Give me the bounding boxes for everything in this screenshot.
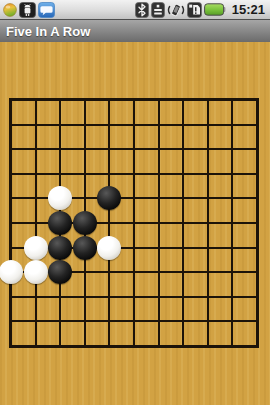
signal-icon — [151, 2, 165, 18]
battery-icon — [204, 3, 226, 16]
black-stone: ● — [48, 236, 72, 260]
talk-orb-icon — [3, 3, 17, 17]
black-stone: ● — [73, 211, 97, 235]
status-time: 15:21 — [232, 2, 265, 17]
white-stone: ○ — [24, 236, 48, 260]
sms-icon — [38, 2, 55, 18]
stone-grid[interactable]: ○●●●○●●○○○● — [0, 88, 269, 359]
status-bar: 15:21 — [0, 0, 270, 19]
android-debug-icon — [19, 2, 36, 18]
black-stone: ● — [97, 186, 121, 210]
white-stone: ○ — [0, 260, 23, 284]
sim-warning-icon — [187, 2, 202, 18]
phone-screen: 15:21 Five In A Row ○●●●○●●○○○● — [0, 0, 270, 405]
game-area: ○●●●○●●○○○● — [0, 42, 270, 405]
white-stone: ○ — [97, 236, 121, 260]
bluetooth-icon — [135, 2, 149, 18]
title-bar: Five In A Row — [0, 19, 270, 42]
white-stone: ○ — [48, 186, 72, 210]
white-stone: ○ — [24, 260, 48, 284]
vibrate-icon — [167, 2, 185, 18]
black-stone: ● — [73, 236, 97, 260]
black-stone: ● — [48, 260, 72, 284]
black-stone: ● — [48, 211, 72, 235]
app-title: Five In A Row — [0, 24, 90, 39]
